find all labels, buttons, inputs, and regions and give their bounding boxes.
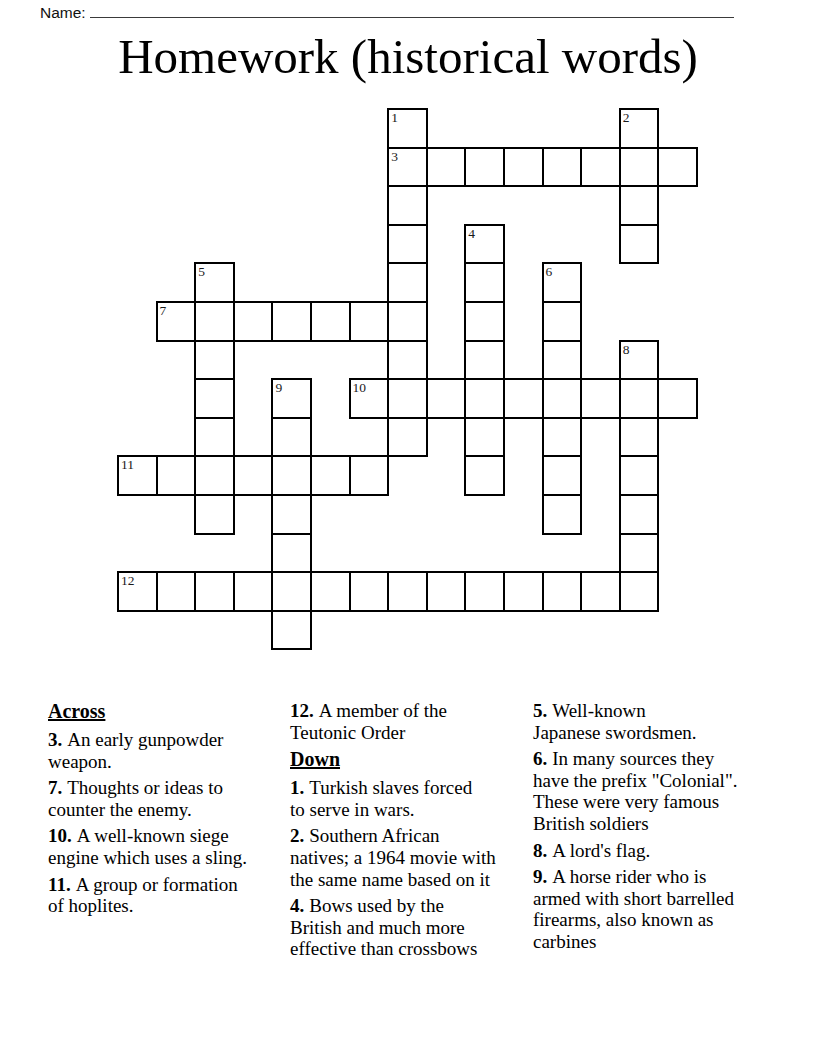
grid-cell-r13c4[interactable]	[273, 612, 310, 649]
grid-cell-r7c14[interactable]	[659, 380, 696, 417]
cell-number-9: 9	[275, 381, 282, 394]
grid-cell-r12c12[interactable]	[582, 573, 619, 610]
clue-number: 11.	[48, 874, 71, 895]
grid-cell-r12c11[interactable]	[544, 573, 581, 610]
grid-cell-r8c9[interactable]	[466, 419, 503, 456]
down-heading: Down	[290, 748, 536, 770]
grid-cell-r12c4[interactable]	[273, 573, 310, 610]
grid-cell-r7c4[interactable]: 9	[273, 380, 310, 417]
grid-cell-r12c7[interactable]	[389, 573, 426, 610]
grid-cell-r10c11[interactable]	[544, 496, 581, 533]
grid-cell-r7c10[interactable]	[505, 380, 542, 417]
cell-number-12: 12	[121, 574, 135, 587]
clue-number: 10.	[48, 825, 72, 846]
page-title: Homework (historical words)	[0, 32, 816, 82]
clue-across-3: 3.An early gunpowder weapon.	[48, 729, 286, 772]
grid-cell-r8c7[interactable]	[389, 419, 426, 456]
grid-cell-r12c6[interactable]	[351, 573, 388, 610]
clue-down-5: 5.Well-known Japanese swordsmen.	[533, 700, 785, 743]
clue-text: A horse rider who is armed with short ba…	[533, 866, 734, 952]
grid-cell-r6c9[interactable]	[466, 342, 503, 379]
grid-cell-r8c4[interactable]	[273, 419, 310, 456]
grid-cell-r1c14[interactable]	[659, 149, 696, 186]
cell-number-1: 1	[391, 111, 398, 124]
grid-cell-r12c5[interactable]	[312, 573, 349, 610]
grid-cell-r7c11[interactable]	[544, 380, 581, 417]
grid-cell-r9c0[interactable]: 11	[119, 457, 156, 494]
clue-number: 6.	[533, 748, 547, 769]
clue-text: A lord's flag.	[552, 840, 650, 861]
grid-cell-r9c1[interactable]	[158, 457, 195, 494]
clue-number: 3.	[48, 729, 62, 750]
clue-text: A group or formation of hoplites.	[48, 874, 238, 917]
clue-column-right: 5.Well-known Japanese swordsmen. 6.In ma…	[533, 700, 785, 958]
cell-number-4: 4	[468, 227, 475, 240]
clue-text: Turkish slaves forced to serve in wars.	[290, 777, 472, 820]
clue-text: A well-known siege engine which uses a s…	[48, 825, 247, 868]
grid-cell-r7c8[interactable]	[428, 380, 465, 417]
grid-cell-r7c7[interactable]	[389, 380, 426, 417]
grid-cell-r9c4[interactable]	[273, 457, 310, 494]
grid-cell-r5c5[interactable]	[312, 303, 349, 340]
grid-cell-r3c13[interactable]	[621, 226, 658, 263]
cell-number-2: 2	[623, 111, 630, 124]
clue-text: Well-known Japanese swordsmen.	[533, 700, 697, 743]
grid-cell-r4c9[interactable]	[466, 264, 503, 301]
cell-number-10: 10	[353, 381, 367, 394]
grid-cell-r9c11[interactable]	[544, 457, 581, 494]
grid-cell-r1c13[interactable]	[621, 149, 658, 186]
grid-cell-r5c1[interactable]: 7	[158, 303, 195, 340]
grid-cell-r12c8[interactable]	[428, 573, 465, 610]
grid-cell-r10c2[interactable]	[196, 496, 233, 533]
name-row: Name:	[40, 4, 734, 22]
grid-cell-r10c4[interactable]	[273, 496, 310, 533]
grid-cell-r12c1[interactable]	[158, 573, 195, 610]
clue-down-1: 1.Turkish slaves forced to serve in wars…	[290, 777, 536, 820]
grid-cell-r0c7[interactable]: 1	[389, 110, 426, 147]
grid-cell-r1c11[interactable]	[544, 149, 581, 186]
clue-column-left: Across 3.An early gunpowder weapon. 7.Th…	[48, 700, 286, 922]
grid-cell-r8c11[interactable]	[544, 419, 581, 456]
grid-cell-r12c9[interactable]	[466, 573, 503, 610]
clue-down-2: 2.Southern African natives; a 1964 movie…	[290, 825, 536, 890]
grid-cell-r7c12[interactable]	[582, 380, 619, 417]
grid-cell-r6c11[interactable]	[544, 342, 581, 379]
grid-cell-r9c2[interactable]	[196, 457, 233, 494]
grid-cell-r1c12[interactable]	[582, 149, 619, 186]
clue-text: Bows used by the British and much more e…	[290, 895, 477, 959]
grid-cell-r3c9[interactable]: 4	[466, 226, 503, 263]
clue-text: An early gunpowder weapon.	[48, 729, 223, 772]
clue-number: 12.	[290, 700, 314, 721]
cell-number-8: 8	[623, 343, 630, 356]
grid-cell-r5c11[interactable]	[544, 303, 581, 340]
cell-number-6: 6	[546, 265, 553, 278]
grid-cell-r12c3[interactable]	[235, 573, 272, 610]
clue-down-6: 6.In many sources they have the prefix "…	[533, 748, 785, 834]
grid-cell-r4c2[interactable]: 5	[196, 264, 233, 301]
name-blank-line[interactable]	[90, 4, 734, 18]
clue-down-9: 9.A horse rider who is armed with short …	[533, 866, 785, 952]
clue-number: 7.	[48, 777, 62, 798]
clue-down-8: 8.A lord's flag.	[533, 840, 785, 862]
grid-cell-r11c13[interactable]	[621, 535, 658, 572]
clue-down-4: 4.Bows used by the British and much more…	[290, 895, 536, 960]
cell-number-3: 3	[391, 150, 398, 163]
cell-number-11: 11	[121, 458, 134, 471]
clue-number: 4.	[290, 895, 304, 916]
grid-cell-r1c8[interactable]	[428, 149, 465, 186]
cell-number-5: 5	[198, 265, 205, 278]
grid-cell-r7c9[interactable]	[466, 380, 503, 417]
clue-column-middle: 12.A member of the Teutonic Order Down 1…	[290, 700, 536, 965]
clue-number: 1.	[290, 777, 304, 798]
grid-cell-r5c6[interactable]	[351, 303, 388, 340]
clue-text: In many sources they have the prefix "Co…	[533, 748, 737, 834]
grid-cell-r12c10[interactable]	[505, 573, 542, 610]
clue-across-11: 11.A group or formation of hoplites.	[48, 874, 286, 917]
across-heading: Across	[48, 700, 286, 722]
grid-cell-r6c13[interactable]: 8	[621, 342, 658, 379]
grid-cell-r4c7[interactable]	[389, 264, 426, 301]
grid-cell-r7c2[interactable]	[196, 380, 233, 417]
grid-cell-r0c13[interactable]: 2	[621, 110, 658, 147]
grid-cell-r12c0[interactable]: 12	[119, 573, 156, 610]
grid-cell-r9c6[interactable]	[351, 457, 388, 494]
grid-cell-r10c13[interactable]	[621, 496, 658, 533]
clue-across-12: 12.A member of the Teutonic Order	[290, 700, 536, 743]
grid-cell-r11c4[interactable]	[273, 535, 310, 572]
clue-number: 9.	[533, 866, 547, 887]
grid-cell-r1c7[interactable]: 3	[389, 149, 426, 186]
grid-cell-r1c10[interactable]	[505, 149, 542, 186]
grid-cell-r8c2[interactable]	[196, 419, 233, 456]
grid-cell-r7c6[interactable]: 10	[351, 380, 388, 417]
grid-cell-r4c11[interactable]: 6	[544, 264, 581, 301]
grid-cell-r12c13[interactable]	[621, 573, 658, 610]
clue-text: Southern African natives; a 1964 movie w…	[290, 825, 496, 889]
grid-cell-r9c3[interactable]	[235, 457, 272, 494]
grid-cell-r5c9[interactable]	[466, 303, 503, 340]
grid-cell-r2c7[interactable]	[389, 187, 426, 224]
grid-cell-r5c2[interactable]	[196, 303, 233, 340]
clue-text: Thoughts or ideas to counter the enemy.	[48, 777, 223, 820]
grid-cell-r2c13[interactable]	[621, 187, 658, 224]
grid-cell-r5c4[interactable]	[273, 303, 310, 340]
grid-cell-r5c7[interactable]	[389, 303, 426, 340]
grid-cell-r8c13[interactable]	[621, 419, 658, 456]
clue-across-10: 10.A well-known siege engine which uses …	[48, 825, 286, 868]
grid-cell-r3c7[interactable]	[389, 226, 426, 263]
grid-cell-r5c3[interactable]	[235, 303, 272, 340]
name-label: Name:	[40, 4, 86, 21]
grid-cell-r1c9[interactable]	[466, 149, 503, 186]
grid-cell-r6c7[interactable]	[389, 342, 426, 379]
clue-number: 5.	[533, 700, 547, 721]
grid-cell-r7c13[interactable]	[621, 380, 658, 417]
crossword-grid: 123456789101112	[119, 110, 696, 648]
grid-cell-r9c5[interactable]	[312, 457, 349, 494]
clue-across-7: 7.Thoughts or ideas to counter the enemy…	[48, 777, 286, 820]
grid-cell-r9c9[interactable]	[466, 457, 503, 494]
clue-number: 2.	[290, 825, 304, 846]
grid-cell-r6c2[interactable]	[196, 342, 233, 379]
cell-number-7: 7	[160, 304, 167, 317]
clue-number: 8.	[533, 840, 547, 861]
grid-cell-r12c2[interactable]	[196, 573, 233, 610]
grid-cell-r9c13[interactable]	[621, 457, 658, 494]
